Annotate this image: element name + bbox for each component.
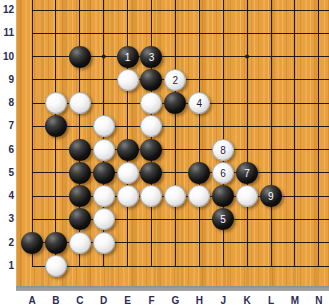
col-label-E: E xyxy=(119,294,137,308)
stone-white-F8[interactable] xyxy=(140,92,162,114)
col-label-A: A xyxy=(23,294,41,308)
move-number-label: 4 xyxy=(196,99,202,109)
stone-black-K5[interactable]: 7 xyxy=(236,162,258,184)
stone-white-H8[interactable]: 4 xyxy=(188,92,210,114)
stone-white-E4[interactable] xyxy=(117,185,139,207)
stone-black-G8[interactable] xyxy=(164,92,186,114)
row-label-1: 1 xyxy=(0,259,14,273)
stone-white-E9[interactable] xyxy=(117,69,139,91)
stone-black-L4[interactable]: 9 xyxy=(260,185,282,207)
col-label-N: N xyxy=(310,294,328,308)
row-label-6: 6 xyxy=(0,143,14,157)
row-label-9: 9 xyxy=(0,73,14,87)
go-diagram: 132486795 121110987654321ABCDEFGHJKLMN xyxy=(0,0,329,308)
move-number-label: 3 xyxy=(149,52,155,62)
col-label-B: B xyxy=(47,294,65,308)
stone-black-B7[interactable] xyxy=(45,115,67,137)
stone-white-D3[interactable] xyxy=(93,208,115,230)
move-number-label: 9 xyxy=(268,192,274,202)
stone-black-C6[interactable] xyxy=(69,139,91,161)
stone-white-D4[interactable] xyxy=(93,185,115,207)
stone-black-J3[interactable]: 5 xyxy=(212,208,234,230)
stone-black-C3[interactable] xyxy=(69,208,91,230)
col-label-C: C xyxy=(71,294,89,308)
stone-white-B8[interactable] xyxy=(45,92,67,114)
row-label-3: 3 xyxy=(0,212,14,226)
stone-white-C8[interactable] xyxy=(69,92,91,114)
stone-white-C2[interactable] xyxy=(69,232,91,254)
row-label-4: 4 xyxy=(0,189,14,203)
row-label-2: 2 xyxy=(0,236,14,250)
row-label-7: 7 xyxy=(0,119,14,133)
stone-white-B1[interactable] xyxy=(45,255,67,277)
stone-black-C5[interactable] xyxy=(69,162,91,184)
col-label-J: J xyxy=(214,294,232,308)
stone-black-F6[interactable] xyxy=(140,139,162,161)
stone-black-B2[interactable] xyxy=(45,232,67,254)
stone-white-K4[interactable] xyxy=(236,185,258,207)
col-label-G: G xyxy=(166,294,184,308)
col-label-F: F xyxy=(143,294,161,308)
stone-white-G4[interactable] xyxy=(164,185,186,207)
stone-black-E10[interactable]: 1 xyxy=(117,46,139,68)
stones-layer[interactable]: 132486795 xyxy=(20,0,329,278)
stone-white-D7[interactable] xyxy=(93,115,115,137)
stone-white-D2[interactable] xyxy=(93,232,115,254)
move-number-label: 7 xyxy=(244,168,250,178)
stone-white-G9[interactable]: 2 xyxy=(164,69,186,91)
stone-white-J5[interactable]: 6 xyxy=(212,162,234,184)
col-label-D: D xyxy=(95,294,113,308)
stone-white-E5[interactable] xyxy=(117,162,139,184)
stone-white-F7[interactable] xyxy=(140,115,162,137)
move-number-label: 8 xyxy=(220,145,226,155)
stone-black-J4[interactable] xyxy=(212,185,234,207)
stone-black-D5[interactable] xyxy=(93,162,115,184)
stone-black-F5[interactable] xyxy=(140,162,162,184)
move-number-label: 2 xyxy=(173,75,179,85)
row-label-11: 11 xyxy=(0,26,14,40)
row-label-8: 8 xyxy=(0,96,14,110)
stone-white-F4[interactable] xyxy=(140,185,162,207)
col-label-L: L xyxy=(262,294,280,308)
move-number-label: 1 xyxy=(125,52,131,62)
col-label-M: M xyxy=(286,294,304,308)
stone-black-F9[interactable] xyxy=(140,69,162,91)
stone-black-E6[interactable] xyxy=(117,139,139,161)
stone-black-A2[interactable] xyxy=(21,232,43,254)
row-label-12: 12 xyxy=(0,3,14,17)
col-label-K: K xyxy=(238,294,256,308)
stone-black-F10[interactable]: 3 xyxy=(140,46,162,68)
stone-white-D6[interactable] xyxy=(93,139,115,161)
move-number-label: 6 xyxy=(220,168,226,178)
stone-black-H5[interactable] xyxy=(188,162,210,184)
row-label-10: 10 xyxy=(0,50,14,64)
stone-white-H4[interactable] xyxy=(188,185,210,207)
move-number-label: 5 xyxy=(220,215,226,225)
stone-white-J6[interactable]: 8 xyxy=(212,139,234,161)
col-label-H: H xyxy=(190,294,208,308)
row-label-5: 5 xyxy=(0,166,14,180)
stone-black-C4[interactable] xyxy=(69,185,91,207)
stone-black-C10[interactable] xyxy=(69,46,91,68)
